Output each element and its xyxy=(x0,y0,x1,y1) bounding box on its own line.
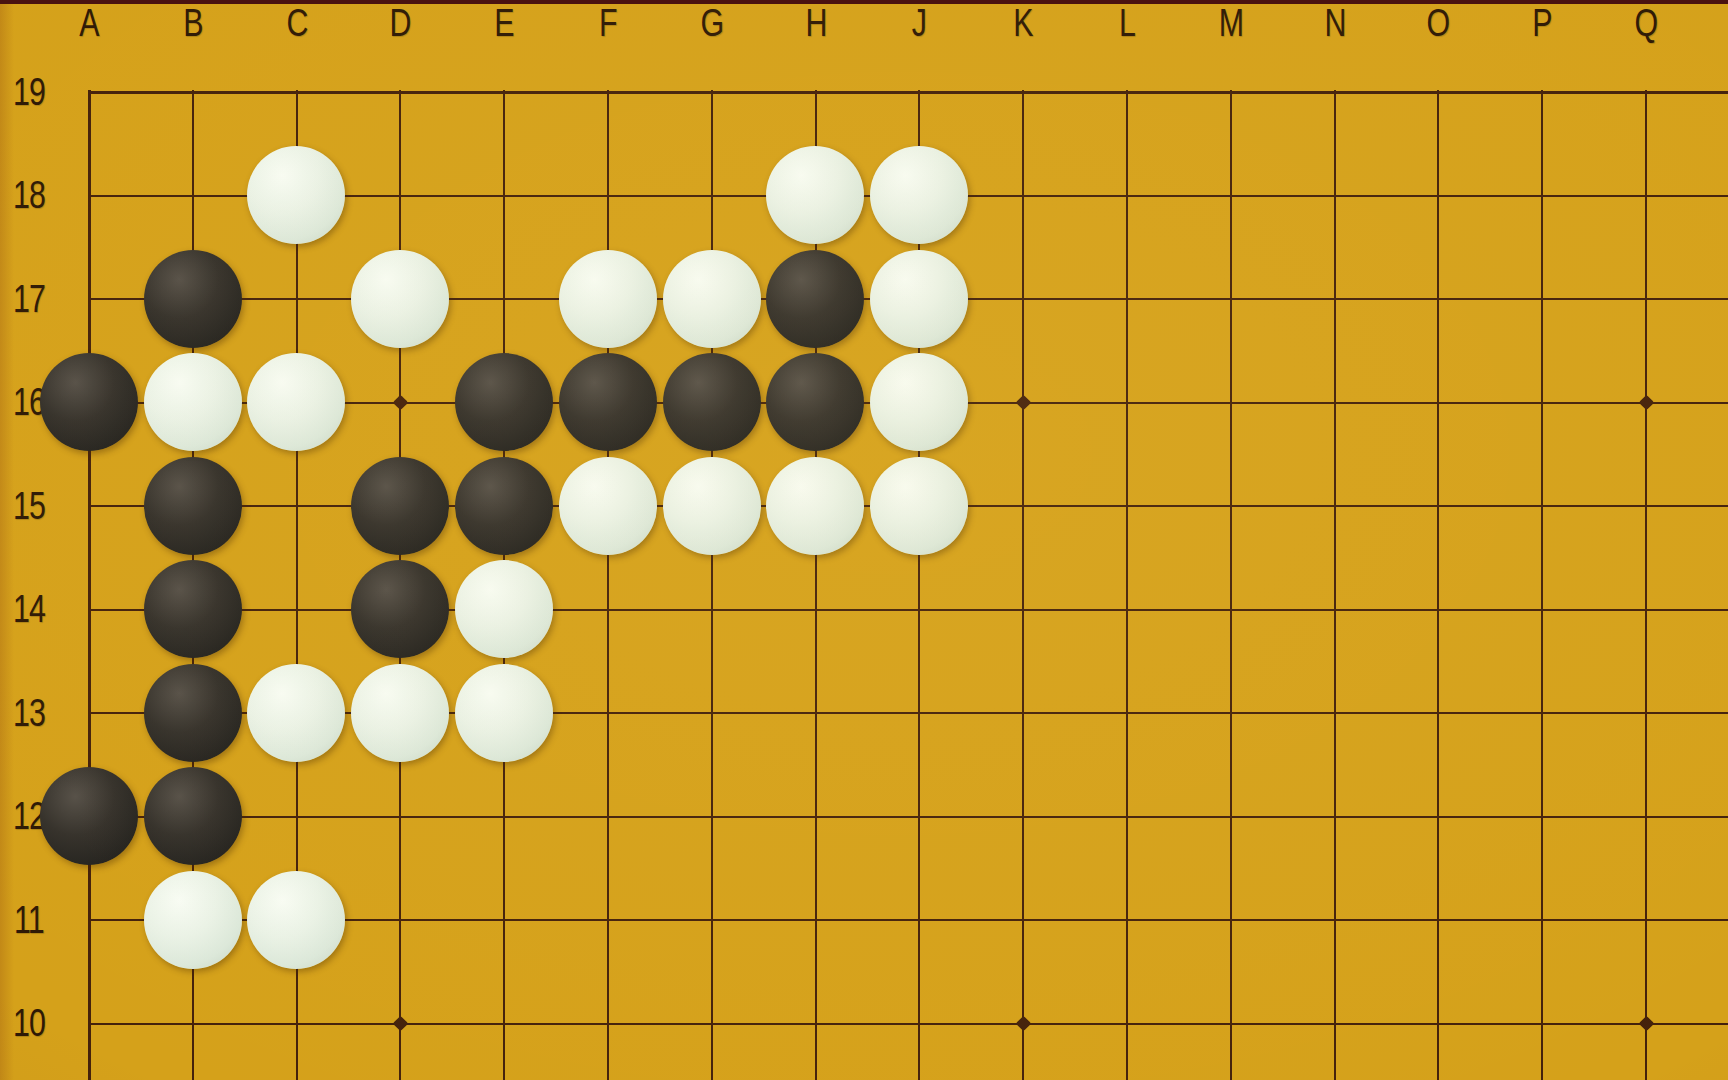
white-stone xyxy=(559,457,657,555)
white-stone xyxy=(144,871,242,969)
black-stone xyxy=(144,664,242,762)
white-stone xyxy=(247,353,345,451)
stone-grid xyxy=(37,40,1728,1080)
black-stone xyxy=(766,250,864,348)
white-stone xyxy=(870,457,968,555)
black-stone xyxy=(144,250,242,348)
white-stone xyxy=(247,146,345,244)
white-stone xyxy=(766,146,864,244)
black-stone xyxy=(144,560,242,658)
white-stone xyxy=(559,250,657,348)
white-stone xyxy=(870,146,968,244)
white-stone xyxy=(870,353,968,451)
black-stone xyxy=(455,457,553,555)
white-stone xyxy=(144,353,242,451)
white-stone xyxy=(766,457,864,555)
white-stone xyxy=(247,664,345,762)
white-stone xyxy=(247,871,345,969)
white-stone xyxy=(663,250,761,348)
black-stone xyxy=(144,767,242,865)
black-stone xyxy=(40,353,138,451)
white-stone xyxy=(870,250,968,348)
white-stone xyxy=(455,560,553,658)
black-stone xyxy=(351,457,449,555)
black-stone xyxy=(40,767,138,865)
black-stone xyxy=(351,560,449,658)
white-stone xyxy=(351,664,449,762)
black-stone xyxy=(455,353,553,451)
white-stone xyxy=(455,664,553,762)
go-board-screen: ABCDEFGHJKLMNOPQ19181716151413121110 xyxy=(0,0,1728,1080)
board-surface[interactable]: ABCDEFGHJKLMNOPQ19181716151413121110 xyxy=(0,0,1728,1080)
black-stone xyxy=(766,353,864,451)
black-stone xyxy=(559,353,657,451)
white-stone xyxy=(351,250,449,348)
white-stone xyxy=(663,457,761,555)
black-stone xyxy=(144,457,242,555)
black-stone xyxy=(663,353,761,451)
